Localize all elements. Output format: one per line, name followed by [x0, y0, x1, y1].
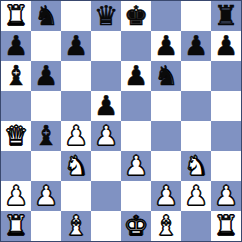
square-e8[interactable]: ♚	[121, 1, 151, 31]
square-f2[interactable]: ♟	[151, 181, 181, 211]
square-a6[interactable]: ♝	[1, 61, 31, 91]
square-f8[interactable]	[151, 1, 181, 31]
square-b8[interactable]: ♞	[31, 1, 61, 31]
square-c1[interactable]: ♝	[61, 211, 91, 241]
white-king[interactable]: ♚	[124, 211, 148, 241]
square-d7[interactable]	[91, 31, 121, 61]
square-f4[interactable]	[151, 121, 181, 151]
square-f1[interactable]: ♝	[151, 211, 181, 241]
square-e2[interactable]	[121, 181, 151, 211]
square-h1[interactable]: ♜	[211, 211, 241, 241]
white-pawn[interactable]: ♟	[214, 181, 238, 211]
square-g8[interactable]	[181, 1, 211, 31]
square-a8[interactable]: ♜	[1, 1, 31, 31]
white-bishop[interactable]: ♝	[154, 211, 178, 241]
square-h4[interactable]	[211, 121, 241, 151]
square-g1[interactable]	[181, 211, 211, 241]
white-rook[interactable]: ♜	[214, 211, 238, 241]
white-pawn[interactable]: ♟	[154, 181, 178, 211]
black-bishop[interactable]: ♝	[34, 121, 58, 151]
white-pawn[interactable]: ♟	[4, 181, 28, 211]
square-e6[interactable]: ♟	[121, 61, 151, 91]
white-pawn[interactable]: ♟	[64, 121, 88, 151]
square-e1[interactable]: ♚	[121, 211, 151, 241]
square-d5[interactable]: ♟	[91, 91, 121, 121]
square-f6[interactable]: ♞	[151, 61, 181, 91]
square-b3[interactable]	[31, 151, 61, 181]
black-pawn[interactable]: ♟	[214, 31, 238, 61]
square-a2[interactable]: ♟	[1, 181, 31, 211]
black-king[interactable]: ♚	[124, 1, 148, 31]
black-pawn[interactable]: ♟	[124, 61, 148, 91]
square-c2[interactable]	[61, 181, 91, 211]
black-bishop[interactable]: ♝	[4, 61, 28, 91]
square-h7[interactable]: ♟	[211, 31, 241, 61]
square-d6[interactable]	[91, 61, 121, 91]
square-h6[interactable]	[211, 61, 241, 91]
square-h5[interactable]	[211, 91, 241, 121]
square-b4[interactable]: ♝	[31, 121, 61, 151]
black-pawn[interactable]: ♟	[34, 61, 58, 91]
square-e5[interactable]	[121, 91, 151, 121]
square-g2[interactable]: ♟	[181, 181, 211, 211]
square-d8[interactable]: ♛	[91, 1, 121, 31]
square-d3[interactable]	[91, 151, 121, 181]
square-d2[interactable]	[91, 181, 121, 211]
black-pawn[interactable]: ♟	[4, 31, 28, 61]
white-pawn[interactable]: ♟	[94, 121, 118, 151]
black-pawn[interactable]: ♟	[94, 91, 118, 121]
square-c6[interactable]	[61, 61, 91, 91]
white-pawn[interactable]: ♟	[124, 151, 148, 181]
square-h3[interactable]	[211, 151, 241, 181]
square-b1[interactable]	[31, 211, 61, 241]
square-g6[interactable]	[181, 61, 211, 91]
square-g4[interactable]	[181, 121, 211, 151]
square-b7[interactable]	[31, 31, 61, 61]
black-knight[interactable]: ♞	[34, 1, 58, 31]
white-pawn[interactable]: ♟	[34, 181, 58, 211]
square-e7[interactable]	[121, 31, 151, 61]
square-c3[interactable]: ♞	[61, 151, 91, 181]
square-c8[interactable]	[61, 1, 91, 31]
black-rook[interactable]: ♜	[214, 1, 238, 31]
square-b6[interactable]: ♟	[31, 61, 61, 91]
white-knight[interactable]: ♞	[64, 151, 88, 181]
white-knight[interactable]: ♞	[184, 151, 208, 181]
square-f7[interactable]: ♟	[151, 31, 181, 61]
square-f3[interactable]	[151, 151, 181, 181]
square-c7[interactable]: ♟	[61, 31, 91, 61]
white-rook[interactable]: ♜	[4, 211, 28, 241]
square-c5[interactable]	[61, 91, 91, 121]
square-a4[interactable]: ♛	[1, 121, 31, 151]
black-pawn[interactable]: ♟	[154, 31, 178, 61]
square-e3[interactable]: ♟	[121, 151, 151, 181]
white-queen[interactable]: ♛	[4, 121, 28, 151]
square-g5[interactable]	[181, 91, 211, 121]
white-pawn[interactable]: ♟	[184, 181, 208, 211]
square-a5[interactable]	[1, 91, 31, 121]
square-a3[interactable]	[1, 151, 31, 181]
square-d4[interactable]: ♟	[91, 121, 121, 151]
black-knight[interactable]: ♞	[154, 61, 178, 91]
black-pawn[interactable]: ♟	[64, 31, 88, 61]
white-bishop[interactable]: ♝	[64, 211, 88, 241]
square-b2[interactable]: ♟	[31, 181, 61, 211]
square-g3[interactable]: ♞	[181, 151, 211, 181]
square-e4[interactable]	[121, 121, 151, 151]
chess-board: ♜♞♛♚♜♟♟♟♟♟♝♟♟♞♟♛♝♟♟♞♟♞♟♟♟♟♟♜♝♚♝♜	[0, 0, 242, 242]
black-queen[interactable]: ♛	[94, 1, 118, 31]
black-pawn[interactable]: ♟	[184, 31, 208, 61]
square-b5[interactable]	[31, 91, 61, 121]
square-h8[interactable]: ♜	[211, 1, 241, 31]
square-c4[interactable]: ♟	[61, 121, 91, 151]
white-rook[interactable]: ♜	[4, 1, 28, 31]
chess-board-container: ♜♞♛♚♜♟♟♟♟♟♝♟♟♞♟♛♝♟♟♞♟♞♟♟♟♟♟♜♝♚♝♜	[0, 0, 242, 242]
square-a1[interactable]: ♜	[1, 211, 31, 241]
square-d1[interactable]	[91, 211, 121, 241]
square-g7[interactable]: ♟	[181, 31, 211, 61]
square-a7[interactable]: ♟	[1, 31, 31, 61]
square-f5[interactable]	[151, 91, 181, 121]
square-h2[interactable]: ♟	[211, 181, 241, 211]
